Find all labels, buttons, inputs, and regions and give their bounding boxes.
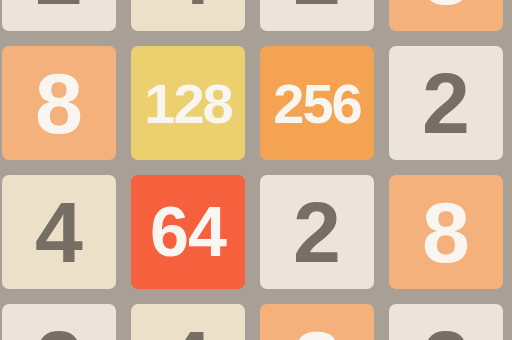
tile-2: 2 xyxy=(2,304,116,340)
tile-4: 4 xyxy=(2,175,116,289)
tile-128: 128 xyxy=(131,46,245,160)
tile-4: 4 xyxy=(131,304,245,340)
tile-8: 8 xyxy=(2,46,116,160)
tile-2: 2 xyxy=(389,46,503,160)
tile-256: 256 xyxy=(260,46,374,160)
tile-2: 2 xyxy=(389,304,503,340)
tile-4: 4 xyxy=(131,0,245,31)
tile-64: 64 xyxy=(131,175,245,289)
2048-board[interactable]: 242881282562464282482 xyxy=(2,0,503,340)
tile-2: 2 xyxy=(2,0,116,31)
tile-8: 8 xyxy=(389,0,503,31)
tile-2: 2 xyxy=(260,0,374,31)
tile-2: 2 xyxy=(260,175,374,289)
tile-8: 8 xyxy=(389,175,503,289)
2048-board-viewport: 242881282562464282482 xyxy=(0,0,512,340)
tile-8: 8 xyxy=(260,304,374,340)
